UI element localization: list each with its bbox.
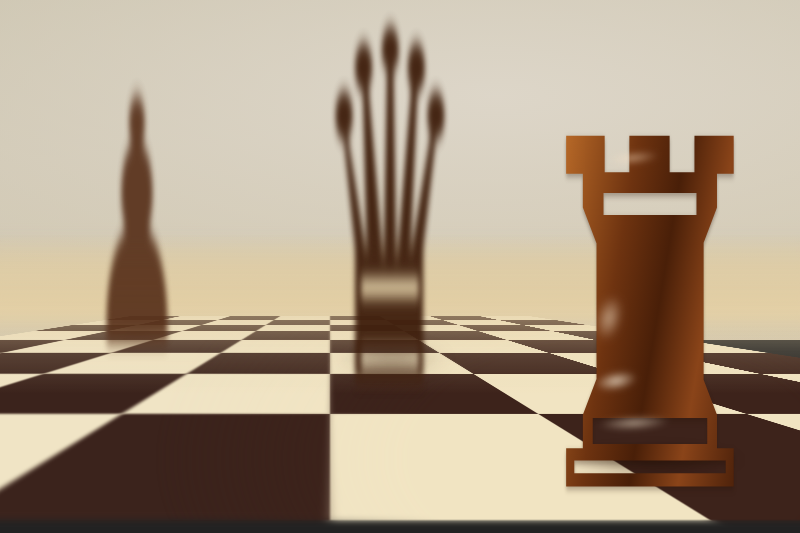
chess-photo-scene: ♟ ♛ ♜ [0,0,800,533]
square-d4 [221,340,330,353]
black-pawn-piece: ♟ [91,58,182,394]
queen-glyph: ♛ [317,0,462,496]
black-rook-piece: ♜ [517,80,784,533]
rook-glyph: ♜ [517,40,784,533]
black-queen-piece: ♛ [317,0,462,457]
pawn-glyph: ♟ [91,30,182,421]
